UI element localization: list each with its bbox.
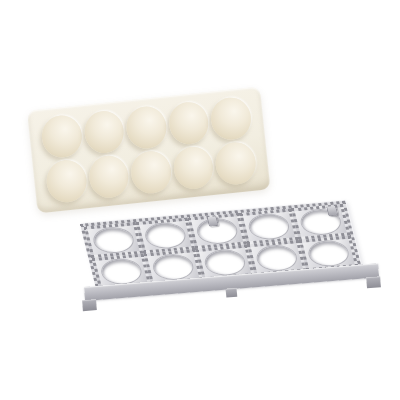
tray-cavity [44,158,88,204]
frame-hole [254,243,300,272]
alignment-tab [206,216,218,227]
frame-hole [90,226,136,255]
tray-cavity [87,154,131,200]
frame-cell [136,218,196,254]
alignment-tab [326,206,338,217]
tray-cavity [40,114,84,160]
frame-foot [366,276,381,288]
frame-hole [305,239,351,268]
frame-cell [291,204,351,240]
frame-foot [226,288,238,298]
tray-cavity [82,109,126,155]
tray-cavity [129,149,173,195]
frame-cell [239,209,299,245]
frame-hole [150,253,196,282]
frame-cell [187,213,247,249]
frame-hole [246,212,292,241]
frame-hole [202,248,248,277]
ravioli-dome-tray [27,87,270,214]
product-scene [0,0,400,400]
frame-foot [82,299,97,311]
tray-cavity [214,141,258,187]
tray-cavity [172,145,216,191]
tray-cavity [209,96,253,142]
frame-cell [84,222,144,258]
tray-cavity [167,100,211,146]
frame-hole [142,221,188,250]
tray-cavity [124,105,168,151]
